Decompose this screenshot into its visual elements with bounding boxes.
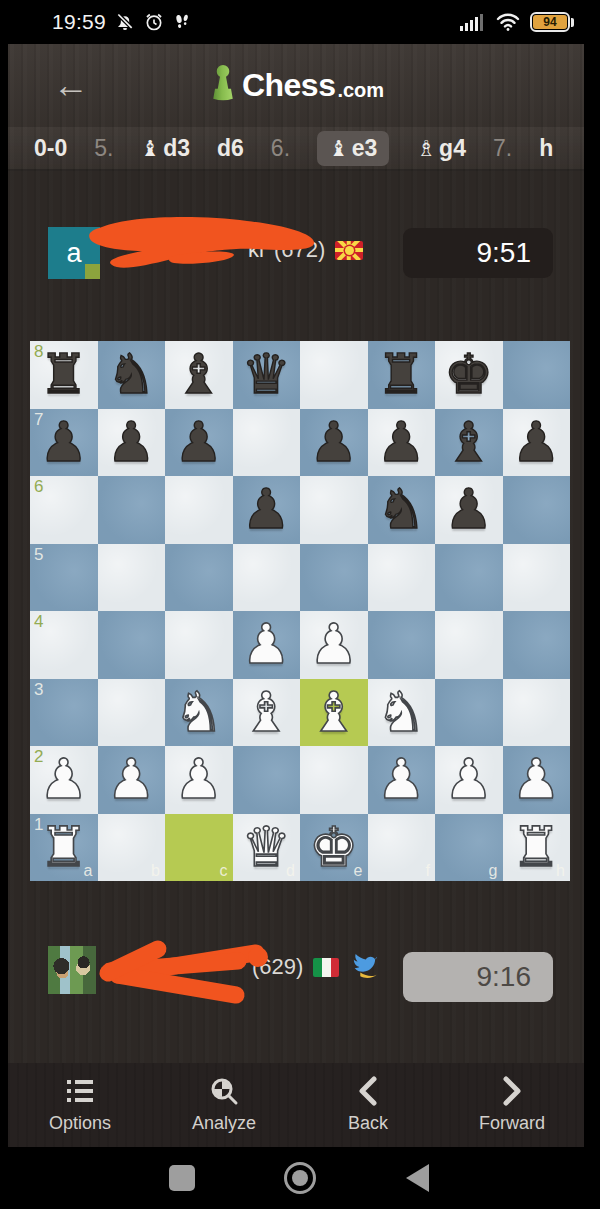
square-c6[interactable] [165,476,233,544]
square-c8[interactable]: ♝ [165,341,233,409]
move-h[interactable]: h [539,135,553,162]
battery-icon: 94 [530,12,574,32]
piece-black-pawn[interactable]: ♟ [107,415,156,470]
move-number: 5. [94,135,113,162]
battery-percent: 94 [533,15,567,29]
piece-black-knight[interactable]: ♞ [107,347,156,402]
piece-white-pawn[interactable]: ♟ [242,617,291,672]
file-label-f: f [426,862,430,880]
square-h5[interactable] [503,544,571,612]
chess-board[interactable]: 8♜♞♝♛♜♚7♟♟♟♟♟♝♟6♟♞♟54♟♟3♞♝♝♞2♟♟♟♟♟♟1a♜bc… [30,341,570,881]
nav-label: Back [348,1113,388,1134]
file-label-a: a [84,862,93,880]
wifi-icon [496,12,520,32]
rank-label-4: 4 [34,612,43,632]
square-b1[interactable]: b [98,814,166,882]
chevron-left-icon [357,1077,379,1105]
top-player-name: ki [248,237,264,263]
square-f3[interactable]: ♞ [368,679,436,747]
square-f7[interactable]: ♟ [368,409,436,477]
twitter-bird-icon [349,954,379,980]
square-e6[interactable] [300,476,368,544]
bottom-player-row: (629) 9:16 [8,946,584,1006]
square-d1[interactable]: d♛ [233,814,301,882]
piece-white-pawn[interactable]: ♟ [107,752,156,807]
piece-black-rook[interactable]: ♜ [377,347,426,402]
bishop-outline-icon: ♗ [416,136,436,161]
android-recents-button[interactable] [169,1165,195,1191]
piece-black-pawn[interactable]: ♟ [512,415,561,470]
nav-label: Analyze [192,1113,256,1134]
piece-black-pawn[interactable]: ♟ [444,482,493,537]
square-f6[interactable]: ♞ [368,476,436,544]
bottom-player-rating: (629) [252,954,303,980]
square-e2[interactable] [300,746,368,814]
rank-label-2: 2 [34,747,43,767]
file-label-h: h [556,862,565,880]
file-label-e: e [354,862,363,880]
square-h8[interactable] [503,341,571,409]
top-player-row: a ki (672) 9:51 [8,227,584,287]
nav-forward-button[interactable]: Forward [440,1063,584,1147]
piece-white-pawn[interactable]: ♟ [309,617,358,672]
piece-black-pawn[interactable]: ♟ [39,415,88,470]
file-label-g: g [489,862,498,880]
bishop-filled-icon: ♝ [329,136,349,161]
bishop-filled-icon: ♝ [140,136,160,161]
square-a8[interactable]: 8♜ [30,341,98,409]
square-d4[interactable]: ♟ [233,611,301,679]
file-label-c: c [220,862,228,880]
phone-screen: 19:59 [0,0,600,1209]
piece-black-knight[interactable]: ♞ [377,482,426,537]
piece-black-bishop[interactable]: ♝ [444,415,493,470]
square-g5[interactable] [435,544,503,612]
square-e4[interactable]: ♟ [300,611,368,679]
north-macedonia-flag-icon [335,241,363,260]
square-d3[interactable]: ♝ [233,679,301,747]
square-h1[interactable]: h♜ [503,814,571,882]
piece-white-pawn[interactable]: ♟ [444,752,493,807]
square-b5[interactable] [98,544,166,612]
piece-white-bishop[interactable]: ♝ [309,685,358,740]
alarm-icon [144,12,164,32]
square-c7[interactable]: ♟ [165,409,233,477]
nav-analyze-button[interactable]: Analyze [152,1063,296,1147]
piece-black-queen[interactable]: ♛ [242,347,291,402]
chevron-right-icon [501,1077,523,1105]
top-player-rating: (672) [274,237,325,263]
analyze-icon [209,1077,239,1105]
square-f1[interactable]: f [368,814,436,882]
chess-app: ← Chess .com 0-05.♝d3d66.♝e3♗g47.h a [8,44,584,1147]
piece-white-pawn[interactable]: ♟ [39,752,88,807]
square-a2[interactable]: 2♟ [30,746,98,814]
square-h4[interactable] [503,611,571,679]
nav-label: Options [49,1113,111,1134]
piece-white-bishop[interactable]: ♝ [242,685,291,740]
list-icon [65,1077,95,1105]
signal-icon [460,12,486,32]
move-d6[interactable]: d6 [217,135,244,162]
square-c1[interactable]: c [165,814,233,882]
square-b2[interactable]: ♟ [98,746,166,814]
logo-text: Chess [242,67,336,104]
move-list[interactable]: 0-05.♝d3d66.♝e3♗g47.h [8,127,584,171]
bottom-player-clock: 9:16 [403,952,553,1002]
rank-label-1: 1 [34,815,43,835]
square-b8[interactable]: ♞ [98,341,166,409]
square-c2[interactable]: ♟ [165,746,233,814]
android-back-button[interactable] [406,1164,429,1192]
piece-black-pawn[interactable]: ♟ [174,415,223,470]
rank-label-5: 5 [34,545,43,565]
square-g8[interactable]: ♚ [435,341,503,409]
piece-white-rook[interactable]: ♜ [512,820,561,875]
bottom-player-meta: (629) [252,954,379,980]
square-b4[interactable] [98,611,166,679]
square-f5[interactable] [368,544,436,612]
move-e3[interactable]: ♝e3 [317,131,389,166]
piece-black-pawn[interactable]: ♟ [309,415,358,470]
move-number: 6. [271,135,290,162]
square-e1[interactable]: e♚ [300,814,368,882]
square-a3[interactable]: 3 [30,679,98,747]
top-player-avatar[interactable]: a [48,227,100,279]
square-e3[interactable]: ♝ [300,679,368,747]
square-b6[interactable] [98,476,166,544]
square-e8[interactable] [300,341,368,409]
piece-white-pawn[interactable]: ♟ [377,752,426,807]
square-g2[interactable]: ♟ [435,746,503,814]
nav-back-button[interactable]: Back [296,1063,440,1147]
move-g4[interactable]: ♗g4 [416,135,466,162]
square-d2[interactable] [233,746,301,814]
square-d5[interactable] [233,544,301,612]
app-header: ← Chess .com [8,44,584,127]
square-h6[interactable] [503,476,571,544]
square-d7[interactable] [233,409,301,477]
logo-pawn-icon [208,63,238,107]
android-home-button[interactable] [284,1162,316,1194]
piece-white-knight[interactable]: ♞ [377,685,426,740]
status-bar: 19:59 [0,0,600,44]
move-0-0[interactable]: 0-0 [34,135,67,162]
square-g3[interactable] [435,679,503,747]
piece-black-pawn[interactable]: ♟ [242,482,291,537]
square-a5[interactable]: 5 [30,544,98,612]
piece-white-rook[interactable]: ♜ [39,820,88,875]
logo-suffix: .com [337,79,384,102]
piece-white-king[interactable]: ♚ [309,820,358,875]
square-a6[interactable]: 6 [30,476,98,544]
square-e7[interactable]: ♟ [300,409,368,477]
rank-label-6: 6 [34,477,43,497]
square-d8[interactable]: ♛ [233,341,301,409]
rank-label-7: 7 [34,410,43,430]
rank-label-8: 8 [34,342,43,362]
rank-label-3: 3 [34,680,43,700]
square-f8[interactable]: ♜ [368,341,436,409]
top-player-clock: 9:51 [403,228,553,278]
square-h3[interactable] [503,679,571,747]
top-player-meta: ki (672) [248,237,363,263]
bell-muted-icon [115,12,135,32]
piece-white-pawn[interactable]: ♟ [512,752,561,807]
steps-icon [173,12,191,32]
square-a7[interactable]: 7♟ [30,409,98,477]
square-g6[interactable]: ♟ [435,476,503,544]
android-nav-bar [0,1147,600,1209]
square-f4[interactable] [368,611,436,679]
square-c4[interactable] [165,611,233,679]
piece-white-knight[interactable]: ♞ [174,685,223,740]
file-label-b: b [151,862,160,880]
square-g4[interactable] [435,611,503,679]
square-g7[interactable]: ♝ [435,409,503,477]
nav-options-button[interactable]: Options [8,1063,152,1147]
square-b3[interactable] [98,679,166,747]
presence-indicator [85,264,100,279]
square-f2[interactable]: ♟ [368,746,436,814]
square-h2[interactable]: ♟ [503,746,571,814]
nav-label: Forward [479,1113,545,1134]
move-number: 7. [493,135,512,162]
bottom-nav: OptionsAnalyzeBackForward [8,1063,584,1147]
piece-white-queen[interactable]: ♛ [242,820,291,875]
italy-flag-icon [313,958,339,977]
piece-black-king[interactable]: ♚ [444,347,493,402]
square-e5[interactable] [300,544,368,612]
move-d3[interactable]: ♝d3 [140,135,190,162]
piece-black-rook[interactable]: ♜ [39,347,88,402]
game-area: a ki (672) 9:51 [8,171,584,1063]
avatar-letter: a [66,238,81,269]
square-c3[interactable]: ♞ [165,679,233,747]
square-c5[interactable] [165,544,233,612]
status-time: 19:59 [52,10,106,34]
square-b7[interactable]: ♟ [98,409,166,477]
file-label-d: d [286,862,295,880]
piece-white-pawn[interactable]: ♟ [174,752,223,807]
chesscom-logo: Chess .com [8,44,584,127]
piece-black-bishop[interactable]: ♝ [174,347,223,402]
square-a1[interactable]: 1a♜ [30,814,98,882]
square-g1[interactable]: g [435,814,503,882]
piece-black-pawn[interactable]: ♟ [377,415,426,470]
square-a4[interactable]: 4 [30,611,98,679]
square-h7[interactable]: ♟ [503,409,571,477]
square-d6[interactable]: ♟ [233,476,301,544]
bottom-player-avatar[interactable] [48,946,96,994]
